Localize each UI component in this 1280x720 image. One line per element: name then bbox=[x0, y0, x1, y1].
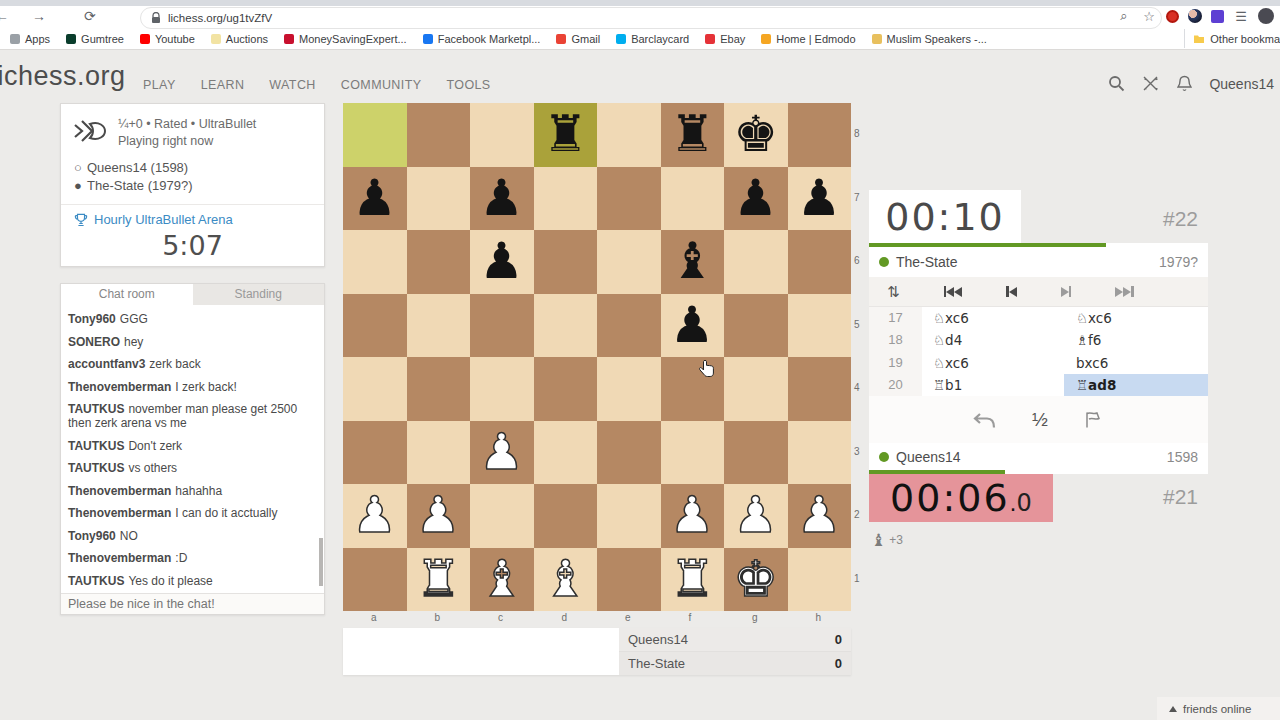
chat-message: ThenovembermanI can do it acctually bbox=[68, 506, 318, 520]
square-c5[interactable] bbox=[470, 294, 534, 358]
rank-label-1: 1 bbox=[854, 573, 860, 584]
extension-red-icon[interactable] bbox=[1166, 10, 1179, 23]
bookmark-item[interactable]: Muslim Speakers -... bbox=[872, 33, 987, 45]
white-move[interactable]: ♘xc6 bbox=[922, 307, 1064, 329]
square-g6[interactable] bbox=[724, 230, 788, 294]
nav-item-community[interactable]: COMMUNITY bbox=[341, 78, 422, 92]
site-logo[interactable]: lichess.org bbox=[0, 61, 126, 92]
search-icon[interactable] bbox=[1108, 75, 1125, 92]
white-king-g1[interactable]: ♚ bbox=[733, 548, 778, 611]
square-a7[interactable]: ♟ bbox=[343, 167, 407, 231]
square-c4[interactable] bbox=[470, 357, 534, 421]
move-row: 19♘xc6bxc6 bbox=[869, 352, 1208, 374]
square-c7[interactable]: ♟ bbox=[470, 167, 534, 231]
white-pawn-h2[interactable]: ♟ bbox=[797, 484, 842, 547]
friends-online-bar[interactable]: friends online bbox=[1157, 697, 1280, 720]
white-clock: 00:06 . 0 bbox=[869, 474, 1053, 522]
bookmark-favicon bbox=[10, 34, 20, 44]
square-c1[interactable]: ♝ bbox=[470, 548, 534, 612]
chat-message: ThenovembermanI zerk back! bbox=[68, 380, 318, 394]
trophy-icon bbox=[74, 213, 88, 227]
square-b5[interactable] bbox=[407, 294, 471, 358]
black-rook-f8[interactable]: ♜ bbox=[670, 103, 715, 166]
square-e7[interactable] bbox=[597, 167, 661, 231]
black-move[interactable]: ♖ad8 bbox=[1064, 374, 1208, 396]
rank-label-2: 2 bbox=[854, 509, 860, 520]
move-number: 17 bbox=[869, 307, 922, 329]
white-rook-f1[interactable]: ♜ bbox=[670, 548, 715, 611]
folder-icon bbox=[1193, 34, 1205, 44]
bookmark-favicon bbox=[66, 34, 76, 44]
browser-chrome: ← → ⟳ lichess.org/ug1tvZfV ⌕ ☆ ☰ AppsGum… bbox=[0, 0, 1280, 50]
white-pawn-f2[interactable]: ♟ bbox=[670, 484, 715, 547]
file-label-f: f bbox=[689, 612, 692, 623]
chat-message: Tony960NO bbox=[68, 529, 318, 543]
square-b2[interactable]: ♟ bbox=[407, 484, 471, 548]
move-row: 17♘xc6♘xc6 bbox=[869, 307, 1208, 329]
white-move[interactable]: ♖b1 bbox=[922, 374, 1064, 396]
resign-flag-icon[interactable] bbox=[1084, 411, 1105, 428]
score-row: Queens140 bbox=[619, 628, 851, 652]
url-text: lichess.org/ug1tvZfV bbox=[168, 12, 272, 24]
square-d5[interactable] bbox=[534, 294, 598, 358]
black-color-icon: ● bbox=[74, 177, 87, 195]
black-player-name: The-State bbox=[896, 254, 957, 270]
file-label-c: c bbox=[498, 612, 503, 623]
black-pawn-f5[interactable]: ♟ bbox=[670, 294, 715, 357]
bookmark-item[interactable]: Apps bbox=[10, 33, 50, 45]
bookmark-favicon bbox=[761, 34, 771, 44]
rank-label-8: 8 bbox=[854, 128, 860, 139]
square-d4[interactable] bbox=[534, 357, 598, 421]
square-e3[interactable] bbox=[597, 421, 661, 485]
square-a4[interactable] bbox=[343, 357, 407, 421]
forward-icon[interactable]: → bbox=[32, 8, 46, 24]
nav-item-play[interactable]: PLAY bbox=[143, 78, 176, 92]
black-pawn-g7[interactable]: ♟ bbox=[733, 167, 778, 230]
file-label-a: a bbox=[371, 612, 377, 623]
flip-board-icon[interactable]: ⇅ bbox=[887, 283, 900, 301]
square-h7[interactable]: ♟ bbox=[788, 167, 852, 231]
nav-item-tools[interactable]: TOOLS bbox=[446, 78, 490, 92]
white-player-rating: 1598 bbox=[1167, 449, 1198, 465]
square-h3[interactable] bbox=[788, 421, 852, 485]
extension-sphere-icon[interactable] bbox=[1188, 9, 1202, 23]
square-e8[interactable] bbox=[597, 103, 661, 167]
last-move-button[interactable] bbox=[1115, 286, 1134, 297]
square-e5[interactable] bbox=[597, 294, 661, 358]
captured-material: ♝ +3 bbox=[871, 530, 903, 550]
tournament-link[interactable]: Hourly UltraBullet Arena bbox=[61, 205, 324, 227]
chess-board[interactable]: ♜♜♚♟♟♟♟♟♝♟♟♟♟♟♟♟♜♝♝♜♚ bbox=[343, 103, 851, 611]
white-move[interactable]: ♘xc6 bbox=[922, 352, 1064, 374]
game-score-strip: Queens140The-State0 bbox=[343, 628, 851, 675]
file-label-e: e bbox=[625, 612, 631, 623]
square-d1[interactable]: ♝ bbox=[534, 548, 598, 612]
white-pawn-a2[interactable]: ♟ bbox=[352, 484, 397, 547]
square-e4[interactable] bbox=[597, 357, 661, 421]
bookmark-item[interactable]: Auctions bbox=[211, 33, 268, 45]
bookmark-favicon bbox=[705, 34, 715, 44]
bookmark-item[interactable]: Facebook Marketpl... bbox=[423, 33, 541, 45]
square-b3[interactable] bbox=[407, 421, 471, 485]
chat-message: SONEROhey bbox=[68, 335, 318, 349]
game-status: Playing right now bbox=[118, 133, 256, 150]
black-move[interactable]: bxc6 bbox=[1064, 352, 1208, 374]
chat-message: TAUTKUSYes do it please bbox=[68, 574, 318, 588]
square-d8[interactable]: ♜ bbox=[534, 103, 598, 167]
chat-message: Tony960GGG bbox=[68, 312, 318, 326]
square-f4[interactable] bbox=[661, 357, 725, 421]
black-player-row[interactable]: The-State 1979? bbox=[869, 247, 1208, 277]
black-pawn-c7[interactable]: ♟ bbox=[479, 167, 524, 230]
first-move-button[interactable] bbox=[944, 286, 963, 297]
square-f3[interactable] bbox=[661, 421, 725, 485]
chat-panel: Chat room Standing Tony960GGGSONEROheyac… bbox=[60, 283, 325, 615]
bookmark-item[interactable]: MoneySavingExpert... bbox=[284, 33, 407, 45]
chat-message: TAUTKUSnovember man please get 2500 then… bbox=[68, 402, 318, 430]
square-e6[interactable] bbox=[597, 230, 661, 294]
bookmark-item[interactable]: Ebay bbox=[705, 33, 745, 45]
square-c6[interactable]: ♟ bbox=[470, 230, 534, 294]
rank-label-5: 5 bbox=[854, 319, 860, 330]
white-pawn-b2[interactable]: ♟ bbox=[416, 484, 461, 547]
bookmark-star-icon[interactable]: ☆ bbox=[1141, 8, 1157, 24]
white-bishop-c1[interactable]: ♝ bbox=[479, 548, 524, 611]
file-label-g: g bbox=[752, 612, 758, 623]
toolbar-icons: ⌕ ☆ ☰ bbox=[1116, 8, 1274, 24]
square-g7[interactable]: ♟ bbox=[724, 167, 788, 231]
square-c2[interactable] bbox=[470, 484, 534, 548]
bookmark-favicon bbox=[284, 34, 294, 44]
square-a1[interactable] bbox=[343, 548, 407, 612]
game-actions: ½ bbox=[869, 396, 1208, 443]
square-b1[interactable]: ♜ bbox=[407, 548, 471, 612]
square-a5[interactable] bbox=[343, 294, 407, 358]
chat-message: Thenovembermanhahahha bbox=[68, 484, 318, 498]
white-player-name: Queens14 bbox=[896, 449, 961, 465]
previous-move-button[interactable] bbox=[1006, 286, 1017, 297]
square-f8[interactable]: ♜ bbox=[661, 103, 725, 167]
bookmark-favicon bbox=[140, 34, 150, 44]
chat-messages: Tony960GGGSONEROheyaccountfanv3zerk back… bbox=[61, 305, 324, 588]
bookmarks-bar: AppsGumtreeYoutubeAuctionsMoneySavingExp… bbox=[0, 29, 1280, 48]
square-h1[interactable] bbox=[788, 548, 852, 612]
rank-label-6: 6 bbox=[854, 255, 860, 266]
tab-chat-room[interactable]: Chat room bbox=[61, 284, 193, 305]
square-e2[interactable] bbox=[597, 484, 661, 548]
bookmark-item[interactable]: Barclaycard bbox=[616, 33, 689, 45]
back-icon[interactable]: ← bbox=[0, 8, 9, 24]
lock-icon bbox=[151, 12, 161, 24]
game-number-bottom: #21 bbox=[1163, 485, 1198, 509]
main-nav: PLAYLEARNWATCHCOMMUNITYTOOLS bbox=[143, 78, 491, 92]
score-row: The-State0 bbox=[619, 652, 851, 675]
address-bar[interactable]: lichess.org/ug1tvZfV bbox=[140, 7, 1162, 29]
white-pawn-g2[interactable]: ♟ bbox=[733, 484, 778, 547]
chat-input[interactable] bbox=[61, 593, 324, 614]
black-clock: 00:10 bbox=[869, 190, 1021, 243]
square-g3[interactable] bbox=[724, 421, 788, 485]
square-h5[interactable] bbox=[788, 294, 852, 358]
white-color-icon: ○ bbox=[74, 159, 87, 177]
file-label-d: d bbox=[562, 612, 568, 623]
square-a8[interactable] bbox=[343, 103, 407, 167]
tab-standing[interactable]: Standing bbox=[193, 284, 325, 305]
material-advantage: +3 bbox=[889, 533, 903, 547]
offer-draw-button[interactable]: ½ bbox=[1032, 409, 1048, 431]
square-f7[interactable] bbox=[661, 167, 725, 231]
next-move-button[interactable] bbox=[1061, 286, 1072, 297]
black-rook-d8[interactable]: ♜ bbox=[543, 103, 588, 166]
file-label-h: h bbox=[816, 612, 822, 623]
white-bishop-d1[interactable]: ♝ bbox=[543, 548, 588, 611]
rank-coordinates: 87654321 bbox=[854, 103, 866, 611]
square-g5[interactable] bbox=[724, 294, 788, 358]
square-f6[interactable]: ♝ bbox=[661, 230, 725, 294]
expand-up-icon bbox=[1169, 706, 1177, 712]
black-move[interactable]: ♘xc6 bbox=[1064, 307, 1208, 329]
square-g8[interactable]: ♚ bbox=[724, 103, 788, 167]
move-number: 20 bbox=[869, 374, 922, 396]
black-pawn-a7[interactable]: ♟ bbox=[352, 167, 397, 230]
chat-message: TAUTKUSDon't zerk bbox=[68, 439, 318, 453]
other-bookmarks[interactable]: Other bookma bbox=[1184, 29, 1280, 48]
ultrabullet-icon bbox=[73, 116, 109, 146]
white-player-row[interactable]: Queens14 1598 bbox=[869, 443, 1208, 470]
browser-toolbar: ← → ⟳ lichess.org/ug1tvZfV ⌕ ☆ ☰ bbox=[0, 6, 1280, 29]
black-player-rating: 1979? bbox=[1159, 254, 1198, 270]
replay-controls: ⇅ bbox=[869, 277, 1208, 307]
header-icons: Queens14 bbox=[1108, 75, 1274, 92]
captured-bishop-icon: ♝ bbox=[871, 530, 886, 550]
move-number: 19 bbox=[869, 352, 922, 374]
extensions-puzzle-icon[interactable] bbox=[1211, 10, 1224, 23]
nav-item-watch[interactable]: WATCH bbox=[269, 78, 315, 92]
bookmark-favicon bbox=[616, 34, 626, 44]
black-king-g8[interactable]: ♚ bbox=[733, 103, 778, 166]
site-header: lichess.org PLAYLEARNWATCHCOMMUNITYTOOLS… bbox=[0, 55, 1280, 100]
logged-in-user[interactable]: Queens14 bbox=[1209, 76, 1274, 92]
square-a3[interactable] bbox=[343, 421, 407, 485]
file-label-b: b bbox=[435, 612, 441, 623]
move-row: 20♖b1♖ad8 bbox=[869, 374, 1208, 396]
square-d6[interactable] bbox=[534, 230, 598, 294]
square-a6[interactable] bbox=[343, 230, 407, 294]
square-f5[interactable]: ♟ bbox=[661, 294, 725, 358]
black-pawn-c6[interactable]: ♟ bbox=[479, 230, 524, 293]
bookmarks-bar-items: AppsGumtreeYoutubeAuctionsMoneySavingExp… bbox=[10, 33, 987, 45]
challenge-swords-icon[interactable] bbox=[1142, 76, 1160, 92]
black-pawn-h7[interactable]: ♟ bbox=[797, 167, 842, 230]
square-f1[interactable]: ♜ bbox=[661, 548, 725, 612]
square-e1[interactable] bbox=[597, 548, 661, 612]
square-f2[interactable]: ♟ bbox=[661, 484, 725, 548]
online-dot bbox=[879, 452, 889, 462]
black-move[interactable]: ♗f6 bbox=[1064, 329, 1208, 351]
score-rows: Queens140The-State0 bbox=[619, 628, 851, 675]
rank-label-7: 7 bbox=[854, 192, 860, 203]
square-h2[interactable]: ♟ bbox=[788, 484, 852, 548]
square-d3[interactable] bbox=[534, 421, 598, 485]
square-c8[interactable] bbox=[470, 103, 534, 167]
black-bishop-f6[interactable]: ♝ bbox=[670, 230, 715, 293]
square-b4[interactable] bbox=[407, 357, 471, 421]
square-c3[interactable]: ♟ bbox=[470, 421, 534, 485]
screen: ← → ⟳ lichess.org/ug1tvZfV ⌕ ☆ ☰ AppsGum… bbox=[0, 0, 1280, 720]
square-g1[interactable]: ♚ bbox=[724, 548, 788, 612]
square-d7[interactable] bbox=[534, 167, 598, 231]
rank-label-4: 4 bbox=[854, 382, 860, 393]
white-move[interactable]: ♘d4 bbox=[922, 329, 1064, 351]
square-d2[interactable] bbox=[534, 484, 598, 548]
reload-icon[interactable]: ⟳ bbox=[84, 8, 96, 24]
bookmark-item[interactable]: Home | Edmodo bbox=[761, 33, 855, 45]
chat-message: TAUTKUSvs others bbox=[68, 461, 318, 475]
rank-label-3: 3 bbox=[854, 446, 860, 457]
square-b6[interactable] bbox=[407, 230, 471, 294]
white-rook-b1[interactable]: ♜ bbox=[416, 548, 461, 611]
square-h8[interactable] bbox=[788, 103, 852, 167]
mouse-cursor-hand bbox=[699, 360, 714, 379]
file-coordinates: abcdefgh bbox=[343, 612, 851, 625]
online-dot bbox=[879, 257, 889, 267]
move-row: 18♘d4♗f6 bbox=[869, 329, 1208, 351]
square-g2[interactable]: ♟ bbox=[724, 484, 788, 548]
square-b8[interactable] bbox=[407, 103, 471, 167]
white-pawn-c3[interactable]: ♟ bbox=[479, 421, 524, 484]
bookmark-item[interactable]: Gumtree bbox=[66, 33, 124, 45]
bookmark-item[interactable]: Youtube bbox=[140, 33, 195, 45]
reading-list-icon[interactable]: ☰ bbox=[1233, 8, 1249, 24]
tournament-clock: 5:07 bbox=[61, 230, 324, 261]
chat-scrollbar[interactable] bbox=[319, 538, 323, 586]
game-time-control: ¼+0 • Rated • UltraBullet bbox=[118, 116, 256, 133]
square-g4[interactable] bbox=[724, 357, 788, 421]
game-number-top: #22 bbox=[1163, 207, 1198, 231]
square-h6[interactable] bbox=[788, 230, 852, 294]
bookmark-favicon bbox=[556, 34, 566, 44]
bookmark-item[interactable]: Gmail bbox=[556, 33, 600, 45]
notification-bell-icon[interactable] bbox=[1177, 75, 1192, 92]
takeback-icon[interactable] bbox=[972, 412, 996, 428]
bookmark-favicon bbox=[872, 34, 882, 44]
move-number: 18 bbox=[869, 329, 922, 351]
chat-message: accountfanv3zerk back bbox=[68, 357, 318, 371]
bookmark-favicon bbox=[423, 34, 433, 44]
game-info-card: ¼+0 • Rated • UltraBullet Playing right … bbox=[60, 103, 325, 267]
white-player-line[interactable]: ○Queens14 (1598) bbox=[74, 159, 324, 177]
square-h4[interactable] bbox=[788, 357, 852, 421]
chat-message: Thenovemberman:D bbox=[68, 551, 318, 565]
black-player-line[interactable]: ●The-State (1979?) bbox=[74, 177, 324, 195]
zoom-page-icon[interactable]: ⌕ bbox=[1116, 8, 1132, 24]
square-a2[interactable]: ♟ bbox=[343, 484, 407, 548]
nav-item-learn[interactable]: LEARN bbox=[201, 78, 245, 92]
bookmark-favicon bbox=[211, 34, 221, 44]
square-b7[interactable] bbox=[407, 167, 471, 231]
profile-avatar[interactable] bbox=[1258, 8, 1274, 24]
move-list: 17♘xc6♘xc618♘d4♗f619♘xc6bxc620♖b1♖ad8 bbox=[869, 307, 1208, 396]
